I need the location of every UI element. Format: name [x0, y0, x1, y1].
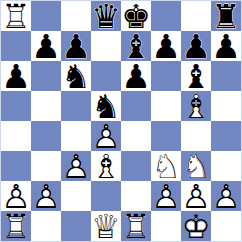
piece-white-rook-fill: ♜	[121, 211, 151, 241]
square-a6[interactable]: ♟	[1, 61, 31, 91]
piece-white-bishop-fill: ♝	[91, 151, 121, 181]
square-a8[interactable]: ♜♖	[1, 1, 31, 31]
square-c7[interactable]: ♟	[61, 31, 91, 61]
square-a4[interactable]	[1, 121, 31, 151]
square-e5[interactable]	[121, 91, 151, 121]
square-b2[interactable]: ♟♙	[31, 181, 61, 211]
piece-black-pawn: ♟	[1, 61, 31, 91]
square-e7[interactable]: ♝	[121, 31, 151, 61]
square-g3[interactable]: ♞♘	[181, 151, 211, 181]
piece-white-pawn: ♙	[151, 181, 181, 211]
piece-white-pawn: ♙	[31, 181, 61, 211]
chess-board: ♜♖♛♚♜♟♟♝♟♟♟♟♞♟♝♞♝♗♟♙♟♙♝♗♞♘♞♘♟♙♟♙♟♙♟♙♟♙♜♖…	[0, 0, 242, 242]
piece-white-pawn-fill: ♟	[1, 181, 31, 211]
square-c1[interactable]	[61, 211, 91, 241]
piece-black-pawn: ♟	[181, 31, 211, 61]
square-a3[interactable]	[1, 151, 31, 181]
square-a1[interactable]: ♜♖	[1, 211, 31, 241]
square-f7[interactable]: ♟	[151, 31, 181, 61]
square-c4[interactable]	[61, 121, 91, 151]
square-b4[interactable]	[31, 121, 61, 151]
piece-white-rook-fill: ♜	[1, 1, 31, 31]
piece-black-bishop: ♝	[121, 31, 151, 61]
square-h8[interactable]: ♜	[211, 1, 241, 31]
square-c8[interactable]	[61, 1, 91, 31]
piece-white-bishop: ♗	[181, 91, 211, 121]
piece-white-rook-fill: ♜	[1, 211, 31, 241]
piece-white-queen: ♕	[91, 211, 121, 241]
piece-white-rook: ♖	[1, 1, 31, 31]
square-h2[interactable]: ♟♙	[211, 181, 241, 211]
piece-white-queen-fill: ♛	[91, 211, 121, 241]
square-b5[interactable]	[31, 91, 61, 121]
square-h4[interactable]	[211, 121, 241, 151]
piece-white-pawn-fill: ♟	[31, 181, 61, 211]
piece-white-knight-fill: ♞	[181, 151, 211, 181]
square-e8[interactable]: ♚	[121, 1, 151, 31]
square-g6[interactable]: ♝	[181, 61, 211, 91]
square-g4[interactable]	[181, 121, 211, 151]
square-b7[interactable]: ♟	[31, 31, 61, 61]
square-e4[interactable]	[121, 121, 151, 151]
piece-black-knight: ♞	[91, 91, 121, 121]
square-a2[interactable]: ♟♙	[1, 181, 31, 211]
piece-black-pawn: ♟	[61, 31, 91, 61]
piece-white-rook: ♖	[1, 211, 31, 241]
square-g1[interactable]: ♚♔	[181, 211, 211, 241]
square-g2[interactable]: ♟♙	[181, 181, 211, 211]
square-f8[interactable]	[151, 1, 181, 31]
piece-white-pawn-fill: ♟	[181, 181, 211, 211]
square-g7[interactable]: ♟	[181, 31, 211, 61]
piece-black-bishop: ♝	[181, 61, 211, 91]
piece-black-rook: ♜	[211, 1, 241, 31]
piece-white-pawn-fill: ♟	[61, 151, 91, 181]
square-d5[interactable]: ♞	[91, 91, 121, 121]
piece-black-pawn: ♟	[121, 61, 151, 91]
square-f4[interactable]	[151, 121, 181, 151]
square-f5[interactable]	[151, 91, 181, 121]
square-f2[interactable]: ♟♙	[151, 181, 181, 211]
square-b3[interactable]	[31, 151, 61, 181]
square-h1[interactable]	[211, 211, 241, 241]
square-b6[interactable]	[31, 61, 61, 91]
square-h6[interactable]	[211, 61, 241, 91]
square-h3[interactable]	[211, 151, 241, 181]
piece-white-pawn-fill: ♟	[211, 181, 241, 211]
square-h5[interactable]	[211, 91, 241, 121]
square-e6[interactable]: ♟	[121, 61, 151, 91]
piece-black-pawn: ♟	[151, 31, 181, 61]
square-a7[interactable]	[1, 31, 31, 61]
piece-black-pawn: ♟	[211, 31, 241, 61]
square-c3[interactable]: ♟♙	[61, 151, 91, 181]
square-d7[interactable]	[91, 31, 121, 61]
piece-white-pawn-fill: ♟	[151, 181, 181, 211]
square-d2[interactable]	[91, 181, 121, 211]
square-b8[interactable]	[31, 1, 61, 31]
piece-black-king: ♚	[121, 1, 151, 31]
piece-white-pawn-fill: ♟	[91, 121, 121, 151]
square-e2[interactable]	[121, 181, 151, 211]
piece-black-queen: ♛	[91, 1, 121, 31]
piece-black-knight: ♞	[61, 61, 91, 91]
square-d8[interactable]: ♛	[91, 1, 121, 31]
square-f6[interactable]	[151, 61, 181, 91]
piece-white-king-fill: ♚	[181, 211, 211, 241]
square-d6[interactable]	[91, 61, 121, 91]
square-c2[interactable]	[61, 181, 91, 211]
piece-white-king: ♔	[181, 211, 211, 241]
piece-white-rook: ♖	[121, 211, 151, 241]
square-c6[interactable]: ♞	[61, 61, 91, 91]
piece-white-pawn: ♙	[61, 151, 91, 181]
square-g5[interactable]: ♝♗	[181, 91, 211, 121]
square-e3[interactable]	[121, 151, 151, 181]
square-f3[interactable]: ♞♘	[151, 151, 181, 181]
piece-white-pawn: ♙	[211, 181, 241, 211]
piece-white-pawn: ♙	[91, 121, 121, 151]
square-d1[interactable]: ♛♕	[91, 211, 121, 241]
piece-white-knight-fill: ♞	[151, 151, 181, 181]
square-d4[interactable]: ♟♙	[91, 121, 121, 151]
square-g8[interactable]	[181, 1, 211, 31]
square-c5[interactable]	[61, 91, 91, 121]
piece-white-knight: ♘	[181, 151, 211, 181]
square-f1[interactable]	[151, 211, 181, 241]
piece-white-pawn: ♙	[181, 181, 211, 211]
square-e1[interactable]: ♜♖	[121, 211, 151, 241]
piece-white-knight: ♘	[151, 151, 181, 181]
square-d3[interactable]: ♝♗	[91, 151, 121, 181]
square-a5[interactable]	[1, 91, 31, 121]
piece-white-bishop-fill: ♝	[181, 91, 211, 121]
piece-black-pawn: ♟	[31, 31, 61, 61]
piece-white-bishop: ♗	[91, 151, 121, 181]
square-b1[interactable]	[31, 211, 61, 241]
square-h7[interactable]: ♟	[211, 31, 241, 61]
piece-white-pawn: ♙	[1, 181, 31, 211]
